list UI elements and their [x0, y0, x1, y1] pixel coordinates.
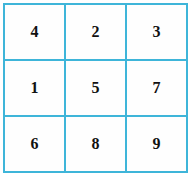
grid-cell-r1c2[interactable]: 2	[66, 5, 125, 59]
grid-cell-r2c3[interactable]: 7	[127, 61, 186, 115]
grid-cell-r2c2[interactable]: 5	[66, 61, 125, 115]
number-grid-board: 4 2 3 1 5 7 6 8 9	[3, 3, 188, 173]
grid-cell-r3c2[interactable]: 8	[66, 117, 125, 171]
grid-cell-r1c1[interactable]: 4	[5, 5, 64, 59]
grid-cell-r1c3[interactable]: 3	[127, 5, 186, 59]
grid-cell-r3c1[interactable]: 6	[5, 117, 64, 171]
grid-cell-r3c3[interactable]: 9	[127, 117, 186, 171]
grid-cell-r2c1[interactable]: 1	[5, 61, 64, 115]
